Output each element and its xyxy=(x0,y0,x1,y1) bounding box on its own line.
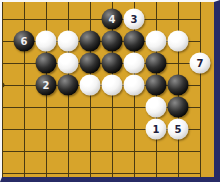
white-stone[interactable] xyxy=(146,97,167,118)
black-stone[interactable] xyxy=(80,53,101,74)
white-stone[interactable] xyxy=(58,31,79,52)
black-stone[interactable] xyxy=(102,53,123,74)
white-stone[interactable] xyxy=(146,31,167,52)
white-stone[interactable] xyxy=(124,53,145,74)
black-stone[interactable]: 6 xyxy=(14,31,35,52)
black-stone[interactable]: 4 xyxy=(102,9,123,30)
black-stone[interactable]: 2 xyxy=(36,75,57,96)
white-stone[interactable]: 3 xyxy=(124,9,145,30)
white-stone[interactable] xyxy=(168,31,189,52)
tengen-star-point xyxy=(2,83,5,88)
white-stone[interactable] xyxy=(80,75,101,96)
white-stone[interactable] xyxy=(124,75,145,96)
board-frame: 4367215 xyxy=(0,0,220,182)
white-stone[interactable]: 5 xyxy=(168,119,189,140)
white-stone[interactable]: 7 xyxy=(190,53,211,74)
black-stone[interactable] xyxy=(146,53,167,74)
move-number-label: 3 xyxy=(131,14,138,24)
black-stone[interactable] xyxy=(58,75,79,96)
grid-line xyxy=(2,151,201,152)
move-number-label: 2 xyxy=(43,80,50,90)
move-number-label: 5 xyxy=(175,124,182,134)
go-board[interactable]: 4367215 xyxy=(2,2,214,177)
black-stone[interactable] xyxy=(80,31,101,52)
white-stone[interactable]: 1 xyxy=(146,119,167,140)
black-stone[interactable] xyxy=(146,75,167,96)
move-number-label: 1 xyxy=(153,124,160,134)
black-stone[interactable] xyxy=(168,97,189,118)
white-stone[interactable] xyxy=(102,75,123,96)
move-number-label: 4 xyxy=(109,14,116,24)
move-number-label: 6 xyxy=(21,36,28,46)
white-stone[interactable] xyxy=(58,53,79,74)
black-stone[interactable] xyxy=(36,53,57,74)
move-number-label: 7 xyxy=(197,58,204,68)
black-stone[interactable] xyxy=(168,75,189,96)
white-stone[interactable] xyxy=(36,31,57,52)
black-stone[interactable] xyxy=(124,31,145,52)
grid-line xyxy=(2,173,201,174)
black-stone[interactable] xyxy=(102,31,123,52)
